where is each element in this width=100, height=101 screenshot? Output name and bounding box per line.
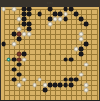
black-stone[interactable] (1, 42, 6, 47)
teal-highlight-stone[interactable] (6, 57, 11, 62)
black-stone[interactable] (17, 37, 22, 42)
black-stone[interactable] (68, 57, 73, 62)
black-stone[interactable] (11, 57, 16, 62)
black-stone[interactable] (58, 82, 63, 87)
white-stone[interactable] (48, 22, 53, 27)
white-stone[interactable] (11, 7, 16, 12)
black-stone[interactable] (27, 12, 32, 17)
white-stone[interactable] (22, 77, 27, 82)
white-stone[interactable] (17, 17, 22, 22)
white-stone[interactable] (79, 37, 84, 42)
black-stone[interactable] (63, 82, 68, 87)
black-stone[interactable] (73, 12, 78, 17)
white-stone[interactable] (27, 32, 32, 37)
black-stone[interactable] (79, 52, 84, 57)
white-stone[interactable] (11, 42, 16, 47)
white-stone[interactable] (22, 57, 27, 62)
black-stone[interactable] (84, 42, 89, 47)
black-stone[interactable] (22, 22, 27, 27)
black-stone[interactable] (48, 82, 53, 87)
star-point (18, 23, 20, 25)
black-stone[interactable] (37, 12, 42, 17)
black-stone[interactable] (63, 17, 68, 22)
black-stone[interactable] (73, 77, 78, 82)
star-point (49, 54, 51, 56)
grid-line (4, 70, 98, 71)
black-stone[interactable] (17, 72, 22, 77)
black-stone[interactable] (84, 22, 89, 27)
black-stone[interactable] (11, 32, 16, 37)
grid-line (4, 14, 98, 15)
white-stone[interactable] (84, 87, 89, 92)
black-stone[interactable] (68, 82, 73, 87)
white-stone[interactable] (84, 62, 89, 67)
black-stone[interactable] (53, 82, 58, 87)
black-stone[interactable] (42, 87, 47, 92)
go-board[interactable] (1, 7, 99, 101)
black-stone[interactable] (68, 7, 73, 12)
white-stone[interactable] (58, 17, 63, 22)
white-stone[interactable] (22, 32, 27, 37)
grid-line (4, 95, 98, 96)
white-stone[interactable] (37, 77, 42, 82)
black-stone[interactable] (63, 57, 68, 62)
star-point (80, 23, 82, 25)
go-app-window: ···· (0, 0, 100, 100)
white-stone[interactable] (17, 82, 22, 87)
white-stone[interactable] (32, 82, 37, 87)
black-stone[interactable] (11, 77, 16, 82)
black-stone[interactable] (11, 67, 16, 72)
white-stone[interactable] (53, 17, 58, 22)
white-stone[interactable] (73, 47, 78, 52)
white-stone[interactable] (79, 72, 84, 77)
white-stone[interactable] (1, 7, 6, 12)
black-stone[interactable] (79, 17, 84, 22)
black-stone[interactable] (48, 7, 53, 12)
star-point (80, 84, 82, 86)
grid-line (4, 80, 98, 81)
black-stone[interactable] (17, 62, 22, 67)
